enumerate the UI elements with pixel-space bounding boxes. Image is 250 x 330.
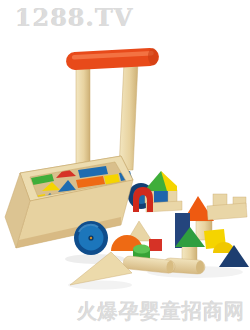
wood-plank: [207, 203, 247, 220]
cart-handle: [66, 48, 160, 170]
front-wheel: [74, 221, 108, 255]
handle-post-right: [119, 62, 138, 170]
handle-bar: [66, 48, 160, 71]
handle-post-left: [76, 60, 90, 170]
wood-cube: [213, 194, 227, 206]
product-photo-canvas: 1288.TV: [0, 0, 250, 330]
toy-cart-photo: [0, 0, 250, 330]
watermark-site-name: 火爆孕婴童招商网: [77, 298, 245, 325]
cart-tray: [5, 156, 133, 248]
red-block: [149, 239, 162, 251]
